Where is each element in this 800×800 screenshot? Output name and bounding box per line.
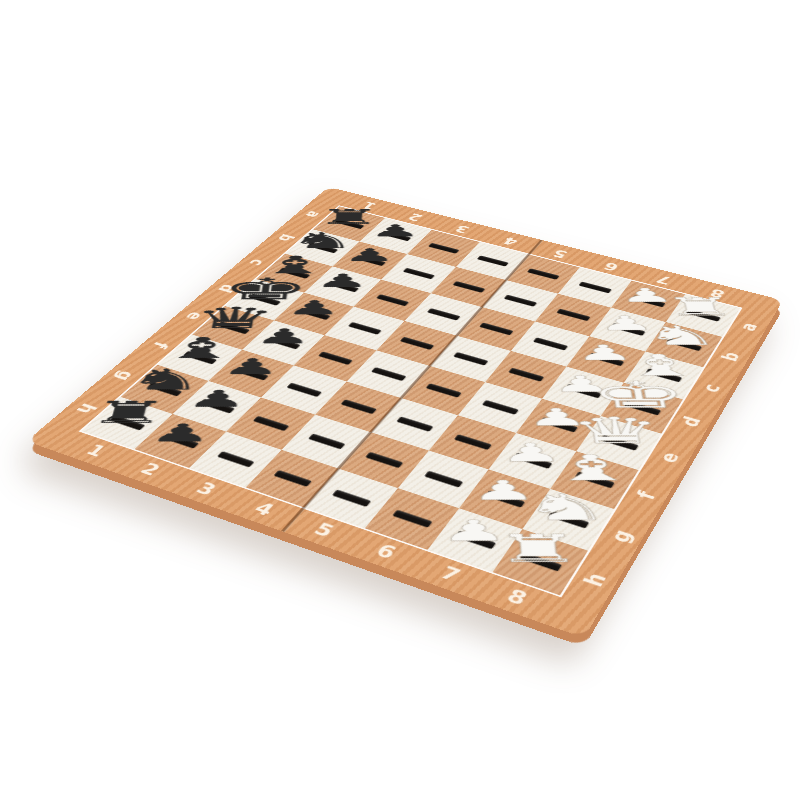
folding-chess-board[interactable]: 12345678 12345678 abcdefgh abcdefgh ♜♟♟♜… xyxy=(26,187,783,638)
piece-slot xyxy=(453,352,489,366)
piece-slot xyxy=(273,470,312,487)
square-g2[interactable]: ♟ xyxy=(173,381,261,432)
piece-slot xyxy=(217,451,255,467)
square-f5[interactable] xyxy=(371,398,458,450)
piece-slot xyxy=(427,308,461,321)
piece-slot xyxy=(548,510,590,528)
piece-slot xyxy=(109,415,145,430)
piece-slot xyxy=(452,281,485,293)
piece-slot xyxy=(485,490,526,508)
piece-slot xyxy=(286,382,322,397)
piece-slot xyxy=(199,398,235,413)
piece-slot xyxy=(454,434,492,450)
piece-slot xyxy=(455,530,497,549)
square-e7[interactable]: ♟ xyxy=(516,399,601,451)
piece-slot xyxy=(540,417,578,432)
piece-slot xyxy=(578,281,612,293)
product-photo-background: 12345678 12345678 abcdefgh abcdefgh ♜♟♟♜… xyxy=(0,0,800,800)
piece-slot xyxy=(533,337,568,350)
piece-slot xyxy=(253,415,290,430)
piece-slot xyxy=(556,308,591,321)
piece-slot xyxy=(348,322,382,335)
square-g6[interactable] xyxy=(398,451,489,509)
perspective-scene: 12345678 12345678 abcdefgh abcdefgh ♜♟♟♜… xyxy=(150,86,710,646)
piece-slot xyxy=(600,434,639,450)
piece-slot xyxy=(332,489,372,507)
piece-slot xyxy=(365,451,404,467)
piece-slot xyxy=(376,294,409,306)
piece-slot xyxy=(425,383,462,398)
piece-slot xyxy=(477,255,509,266)
piece-slot xyxy=(340,399,377,414)
board-shadow-wrapper: 12345678 12345678 abcdefgh abcdefgh ♜♟♟♜… xyxy=(0,0,800,800)
file-label-g: g xyxy=(580,513,662,559)
square-h3[interactable] xyxy=(189,432,281,488)
square-f6[interactable] xyxy=(429,415,516,469)
square-g5[interactable] xyxy=(339,432,429,488)
square-e6[interactable] xyxy=(458,382,542,433)
piece-slot xyxy=(504,294,538,306)
piece-slot xyxy=(508,367,544,381)
piece-slot xyxy=(400,336,435,349)
piece-slot xyxy=(162,432,199,448)
piece-slot xyxy=(482,400,519,415)
piece-slot xyxy=(575,471,615,488)
square-e5[interactable] xyxy=(401,366,485,415)
piece-slot xyxy=(424,470,464,487)
square-g3[interactable] xyxy=(226,397,315,449)
square-g4[interactable] xyxy=(282,415,372,469)
piece-slot xyxy=(527,268,560,280)
square-f7[interactable]: ♟ xyxy=(489,433,577,489)
square-f3[interactable] xyxy=(261,365,347,414)
piece-slot xyxy=(147,382,182,396)
square-h5[interactable] xyxy=(304,469,398,529)
piece-slot xyxy=(318,351,353,365)
piece-slot xyxy=(513,452,552,468)
piece-slot xyxy=(403,267,435,279)
piece-slot xyxy=(519,552,562,572)
piece-slot xyxy=(371,367,407,381)
piece-slot xyxy=(479,322,514,335)
piece-slot xyxy=(392,509,433,527)
piece-slot xyxy=(308,433,346,449)
piece-slot xyxy=(396,416,434,431)
square-h2[interactable]: ♟ xyxy=(134,414,226,468)
square-f4[interactable] xyxy=(315,382,401,433)
square-g8[interactable]: ♞ xyxy=(522,489,614,551)
square-g7[interactable]: ♟ xyxy=(459,469,550,529)
piece-slot xyxy=(428,243,460,254)
